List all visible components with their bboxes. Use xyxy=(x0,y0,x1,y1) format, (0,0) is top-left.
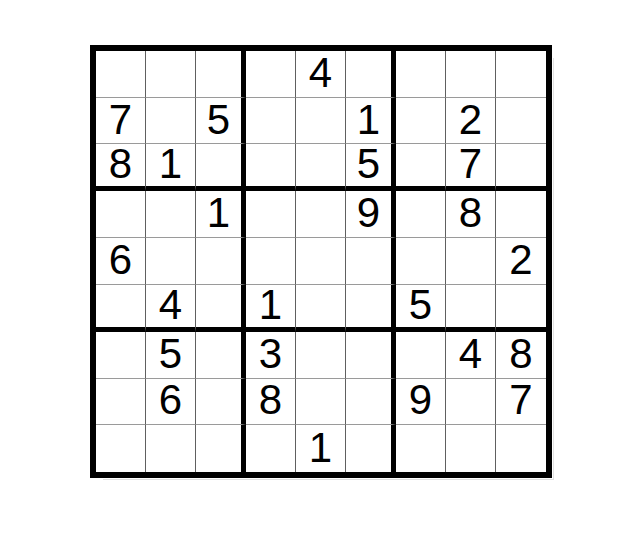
sudoku-cell-r1c6[interactable] xyxy=(346,51,396,98)
sudoku-cell-r4c6[interactable]: 9 xyxy=(346,191,396,238)
sudoku-cell-r7c7[interactable] xyxy=(396,332,446,379)
sudoku-cell-r3c7[interactable] xyxy=(396,144,446,191)
given-digit: 3 xyxy=(259,333,282,375)
sudoku-cell-r4c4[interactable] xyxy=(246,191,296,238)
sudoku-cell-r6c3[interactable] xyxy=(196,285,246,332)
sudoku-cell-r3c1[interactable]: 8 xyxy=(96,144,146,191)
sudoku-cell-r1c2[interactable] xyxy=(146,51,196,98)
given-digit: 9 xyxy=(409,379,432,421)
given-digit: 8 xyxy=(459,192,482,234)
given-digit: 7 xyxy=(459,143,482,185)
sudoku-cell-r7c6[interactable] xyxy=(346,332,396,379)
sudoku-cell-r1c8[interactable] xyxy=(446,51,496,98)
given-digit: 8 xyxy=(109,143,132,185)
sudoku-cell-r2c8[interactable]: 2 xyxy=(446,98,496,145)
sudoku-grid: 47512815719862415534868971 xyxy=(96,51,546,472)
sudoku-cell-r6c7[interactable]: 5 xyxy=(396,285,446,332)
given-digit: 6 xyxy=(159,379,182,421)
sudoku-cell-r3c5[interactable] xyxy=(296,144,346,191)
given-digit: 5 xyxy=(207,99,230,141)
given-digit: 5 xyxy=(357,143,380,185)
sudoku-cell-r2c4[interactable] xyxy=(246,98,296,145)
sudoku-cell-r3c4[interactable] xyxy=(246,144,296,191)
sudoku-cell-r6c5[interactable] xyxy=(296,285,346,332)
sudoku-cell-r7c9[interactable]: 8 xyxy=(496,332,546,379)
sudoku-cell-r8c7[interactable]: 9 xyxy=(396,379,446,426)
sudoku-cell-r4c9[interactable] xyxy=(496,191,546,238)
given-digit: 1 xyxy=(259,284,282,326)
sudoku-cell-r7c3[interactable] xyxy=(196,332,246,379)
sudoku-cell-r3c3[interactable] xyxy=(196,144,246,191)
given-digit: 9 xyxy=(357,192,380,234)
sudoku-cell-r9c4[interactable] xyxy=(246,425,296,472)
sudoku-cell-r8c5[interactable] xyxy=(296,379,346,426)
sudoku-cell-r4c1[interactable] xyxy=(96,191,146,238)
sudoku-cell-r4c8[interactable]: 8 xyxy=(446,191,496,238)
sudoku-cell-r8c2[interactable]: 6 xyxy=(146,379,196,426)
given-digit: 7 xyxy=(109,99,132,141)
sudoku-cell-r2c2[interactable] xyxy=(146,98,196,145)
sudoku-cell-r8c1[interactable] xyxy=(96,379,146,426)
sudoku-cell-r2c7[interactable] xyxy=(396,98,446,145)
given-digit: 8 xyxy=(509,333,532,375)
sudoku-cell-r7c4[interactable]: 3 xyxy=(246,332,296,379)
given-digit: 5 xyxy=(159,333,182,375)
given-digit: 5 xyxy=(409,284,432,326)
sudoku-cell-r9c7[interactable] xyxy=(396,425,446,472)
sudoku-cell-r8c4[interactable]: 8 xyxy=(246,379,296,426)
sudoku-cell-r5c6[interactable] xyxy=(346,238,396,285)
sudoku-cell-r5c4[interactable] xyxy=(246,238,296,285)
sudoku-cell-r7c2[interactable]: 5 xyxy=(146,332,196,379)
sudoku-cell-r2c1[interactable]: 7 xyxy=(96,98,146,145)
sudoku-cell-r1c9[interactable] xyxy=(496,51,546,98)
given-digit: 1 xyxy=(207,192,230,234)
sudoku-cell-r7c5[interactable] xyxy=(296,332,346,379)
sudoku-cell-r5c5[interactable] xyxy=(296,238,346,285)
sudoku-cell-r9c5[interactable]: 1 xyxy=(296,425,346,472)
sudoku-cell-r2c9[interactable] xyxy=(496,98,546,145)
sudoku-cell-r5c2[interactable] xyxy=(146,238,196,285)
sudoku-cell-r8c6[interactable] xyxy=(346,379,396,426)
sudoku-cell-r5c7[interactable] xyxy=(396,238,446,285)
given-digit: 7 xyxy=(509,379,532,421)
sudoku-cell-r1c1[interactable] xyxy=(96,51,146,98)
given-digit: 4 xyxy=(309,52,332,94)
given-digit: 2 xyxy=(459,99,482,141)
sudoku-cell-r6c2[interactable]: 4 xyxy=(146,285,196,332)
sudoku-cell-r6c8[interactable] xyxy=(446,285,496,332)
sudoku-cell-r3c6[interactable]: 5 xyxy=(346,144,396,191)
sudoku-cell-r8c8[interactable] xyxy=(446,379,496,426)
given-digit: 8 xyxy=(259,379,282,421)
sudoku-cell-r9c1[interactable] xyxy=(96,425,146,472)
sudoku-cell-r1c7[interactable] xyxy=(396,51,446,98)
given-digit: 1 xyxy=(357,99,380,141)
sudoku-cell-r9c6[interactable] xyxy=(346,425,396,472)
sudoku-cell-r9c8[interactable] xyxy=(446,425,496,472)
sudoku-cell-r3c2[interactable]: 1 xyxy=(146,144,196,191)
given-digit: 6 xyxy=(109,239,132,281)
sudoku-cell-r2c5[interactable] xyxy=(296,98,346,145)
sudoku-cell-r8c3[interactable] xyxy=(196,379,246,426)
sudoku-cell-r5c9[interactable]: 2 xyxy=(496,238,546,285)
given-digit: 4 xyxy=(159,284,182,326)
sudoku-cell-r9c2[interactable] xyxy=(146,425,196,472)
given-digit: 4 xyxy=(459,333,482,375)
sudoku-cell-r6c1[interactable] xyxy=(96,285,146,332)
sudoku-cell-r4c7[interactable] xyxy=(396,191,446,238)
sudoku-cell-r4c2[interactable] xyxy=(146,191,196,238)
sudoku-cell-r1c5[interactable]: 4 xyxy=(296,51,346,98)
sudoku-cell-r7c1[interactable] xyxy=(96,332,146,379)
sudoku-cell-r5c3[interactable] xyxy=(196,238,246,285)
given-digit: 1 xyxy=(309,427,332,469)
sudoku-cell-r2c3[interactable]: 5 xyxy=(196,98,246,145)
sudoku-cell-r8c9[interactable]: 7 xyxy=(496,379,546,426)
sudoku-cell-r2c6[interactable]: 1 xyxy=(346,98,396,145)
sudoku-cell-r3c8[interactable]: 7 xyxy=(446,144,496,191)
sudoku-cell-r6c6[interactable] xyxy=(346,285,396,332)
sudoku-cell-r1c4[interactable] xyxy=(246,51,296,98)
sudoku-cell-r7c8[interactable]: 4 xyxy=(446,332,496,379)
sudoku-cell-r9c9[interactable] xyxy=(496,425,546,472)
sudoku-cell-r9c3[interactable] xyxy=(196,425,246,472)
sudoku-cell-r3c9[interactable] xyxy=(496,144,546,191)
sudoku-cell-r5c1[interactable]: 6 xyxy=(96,238,146,285)
sudoku-cell-r4c3[interactable]: 1 xyxy=(196,191,246,238)
given-digit: 1 xyxy=(159,143,182,185)
sudoku-cell-r6c4[interactable]: 1 xyxy=(246,285,296,332)
given-digit: 2 xyxy=(509,239,532,281)
sudoku-board: 47512815719862415534868971 xyxy=(90,45,552,478)
sudoku-cell-r4c5[interactable] xyxy=(296,191,346,238)
sudoku-cell-r6c9[interactable] xyxy=(496,285,546,332)
sudoku-cell-r1c3[interactable] xyxy=(196,51,246,98)
sudoku-cell-r5c8[interactable] xyxy=(446,238,496,285)
